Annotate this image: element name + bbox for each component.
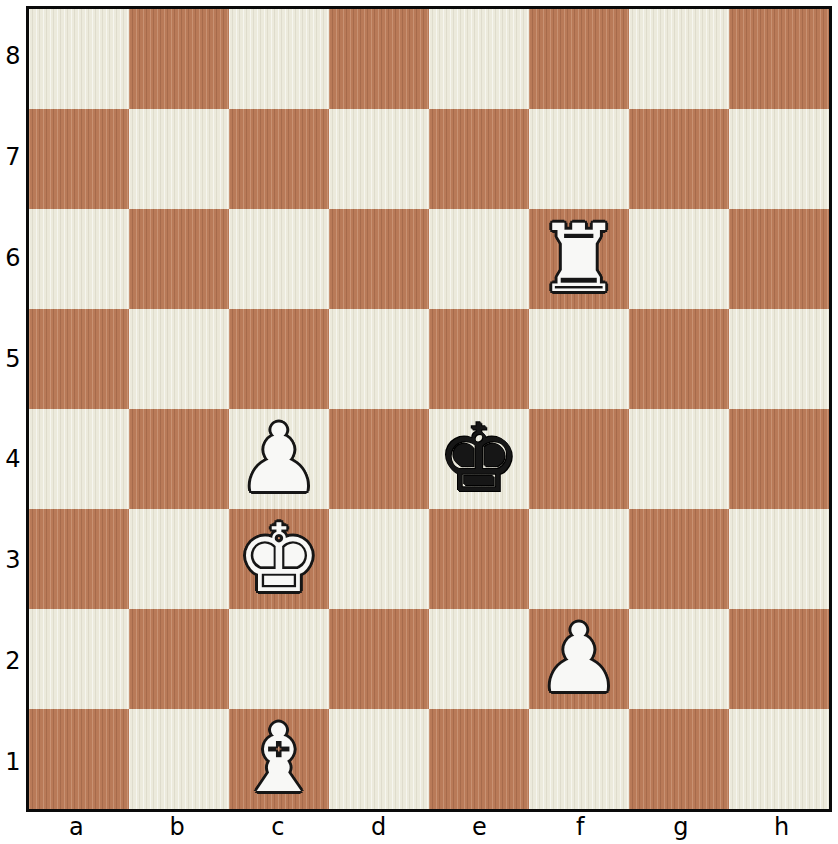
square-c5[interactable] (229, 309, 329, 409)
square-h3[interactable] (729, 509, 829, 609)
square-a8[interactable] (29, 9, 129, 109)
rank-label-5: 5 (5, 345, 20, 373)
white-bishop[interactable]: ♝ (237, 709, 321, 809)
square-c1[interactable]: ♝ (229, 709, 329, 809)
square-g2[interactable] (629, 609, 729, 709)
square-g3[interactable] (629, 509, 729, 609)
square-d5[interactable] (329, 309, 429, 409)
square-d8[interactable] (329, 9, 429, 109)
square-e5[interactable] (429, 309, 529, 409)
square-c6[interactable] (229, 209, 329, 309)
rank-label-6: 6 (5, 244, 20, 272)
square-b8[interactable] (129, 9, 229, 109)
square-b1[interactable] (129, 709, 229, 809)
square-d4[interactable] (329, 409, 429, 509)
rank-label-7: 7 (5, 143, 20, 171)
square-e3[interactable] (429, 509, 529, 609)
file-label-c: c (271, 813, 284, 841)
square-e6[interactable] (429, 209, 529, 309)
square-g8[interactable] (629, 9, 729, 109)
white-king[interactable]: ♚ (237, 509, 321, 609)
square-b5[interactable] (129, 309, 229, 409)
square-g6[interactable] (629, 209, 729, 309)
square-a5[interactable] (29, 309, 129, 409)
chess-page: 8 7 6 5 4 3 2 1 ♜♟♚♚♟♝ a b c d e f g h (0, 0, 838, 844)
square-b2[interactable] (129, 609, 229, 709)
file-label-e: e (472, 813, 487, 841)
square-b7[interactable] (129, 109, 229, 209)
square-a4[interactable] (29, 409, 129, 509)
square-c2[interactable] (229, 609, 329, 709)
square-d7[interactable] (329, 109, 429, 209)
square-d3[interactable] (329, 509, 429, 609)
square-f2[interactable]: ♟ (529, 609, 629, 709)
square-a2[interactable] (29, 609, 129, 709)
rank-label-3: 3 (5, 546, 20, 574)
square-e2[interactable] (429, 609, 529, 709)
square-f1[interactable] (529, 709, 629, 809)
square-d1[interactable] (329, 709, 429, 809)
file-label-g: g (673, 813, 688, 841)
square-f5[interactable] (529, 309, 629, 409)
square-h4[interactable] (729, 409, 829, 509)
square-e8[interactable] (429, 9, 529, 109)
square-c8[interactable] (229, 9, 329, 109)
rank-label-1: 1 (5, 748, 20, 776)
rank-label-8: 8 (5, 42, 20, 70)
square-b4[interactable] (129, 409, 229, 509)
square-f8[interactable] (529, 9, 629, 109)
file-label-h: h (774, 813, 789, 841)
square-g4[interactable] (629, 409, 729, 509)
file-label-b: b (170, 813, 185, 841)
square-a6[interactable] (29, 209, 129, 309)
file-label-a: a (69, 813, 84, 841)
rank-labels: 8 7 6 5 4 3 2 1 (0, 6, 26, 812)
square-c7[interactable] (229, 109, 329, 209)
square-h5[interactable] (729, 309, 829, 409)
white-rook[interactable]: ♜ (537, 209, 621, 309)
square-f6[interactable]: ♜ (529, 209, 629, 309)
square-b6[interactable] (129, 209, 229, 309)
square-g1[interactable] (629, 709, 729, 809)
board-with-coordinates: 8 7 6 5 4 3 2 1 ♜♟♚♚♟♝ a b c d e f g h (0, 6, 832, 842)
square-e1[interactable] (429, 709, 529, 809)
black-king[interactable]: ♚ (437, 409, 521, 509)
square-f7[interactable] (529, 109, 629, 209)
square-c4[interactable]: ♟ (229, 409, 329, 509)
square-g7[interactable] (629, 109, 729, 209)
square-h8[interactable] (729, 9, 829, 109)
square-h2[interactable] (729, 609, 829, 709)
rank-label-4: 4 (5, 445, 20, 473)
chess-board: ♜♟♚♚♟♝ (26, 6, 832, 812)
white-pawn[interactable]: ♟ (537, 609, 621, 709)
square-d2[interactable] (329, 609, 429, 709)
square-g5[interactable] (629, 309, 729, 409)
square-h6[interactable] (729, 209, 829, 309)
square-h1[interactable] (729, 709, 829, 809)
square-h7[interactable] (729, 109, 829, 209)
file-label-f: f (576, 813, 584, 841)
square-b3[interactable] (129, 509, 229, 609)
square-c3[interactable]: ♚ (229, 509, 329, 609)
white-pawn[interactable]: ♟ (237, 409, 321, 509)
square-e4[interactable]: ♚ (429, 409, 529, 509)
square-a1[interactable] (29, 709, 129, 809)
square-f3[interactable] (529, 509, 629, 609)
file-labels: a b c d e f g h (26, 812, 832, 842)
rank-label-2: 2 (5, 647, 20, 675)
square-a7[interactable] (29, 109, 129, 209)
file-label-d: d (371, 813, 386, 841)
square-f4[interactable] (529, 409, 629, 509)
square-a3[interactable] (29, 509, 129, 609)
square-e7[interactable] (429, 109, 529, 209)
square-d6[interactable] (329, 209, 429, 309)
